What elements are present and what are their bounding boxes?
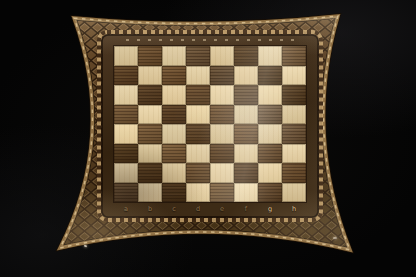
square-h3	[282, 144, 306, 164]
square-a5	[114, 105, 138, 125]
square-a8	[114, 46, 138, 66]
square-e7	[210, 66, 234, 86]
square-a3	[114, 144, 138, 164]
square-f4	[234, 124, 258, 144]
square-f1	[234, 183, 258, 203]
square-h1	[282, 183, 306, 203]
square-g4	[258, 124, 282, 144]
square-b7	[138, 66, 162, 86]
square-a6	[114, 85, 138, 105]
square-c1	[162, 183, 186, 203]
square-e3	[210, 144, 234, 164]
square-g3	[258, 144, 282, 164]
square-g8	[258, 46, 282, 66]
square-d2	[186, 163, 210, 183]
square-c3	[162, 144, 186, 164]
square-g5	[258, 105, 282, 125]
square-c7	[162, 66, 186, 86]
square-c8	[162, 46, 186, 66]
square-h2	[282, 163, 306, 183]
square-b5	[138, 105, 162, 125]
square-f6	[234, 85, 258, 105]
square-b8	[138, 46, 162, 66]
square-b2	[138, 163, 162, 183]
square-c4	[162, 124, 186, 144]
square-a2	[114, 163, 138, 183]
square-e4	[210, 124, 234, 144]
square-g6	[258, 85, 282, 105]
square-d4	[186, 124, 210, 144]
square-h7	[282, 66, 306, 86]
square-b1	[138, 183, 162, 203]
square-d1	[186, 183, 210, 203]
square-a1	[114, 183, 138, 203]
square-h8	[282, 46, 306, 66]
square-f8	[234, 46, 258, 66]
square-b6	[138, 85, 162, 105]
chess-board	[114, 46, 306, 202]
square-d5	[186, 105, 210, 125]
square-e1	[210, 183, 234, 203]
square-a7	[114, 66, 138, 86]
square-e8	[210, 46, 234, 66]
square-d8	[186, 46, 210, 66]
square-a4	[114, 124, 138, 144]
square-d3	[186, 144, 210, 164]
square-e2	[210, 163, 234, 183]
square-d7	[186, 66, 210, 86]
square-g1	[258, 183, 282, 203]
square-h4	[282, 124, 306, 144]
square-b3	[138, 144, 162, 164]
square-c2	[162, 163, 186, 183]
square-c6	[162, 85, 186, 105]
square-f5	[234, 105, 258, 125]
square-e5	[210, 105, 234, 125]
square-h6	[282, 85, 306, 105]
square-e6	[210, 85, 234, 105]
square-b4	[138, 124, 162, 144]
square-f3	[234, 144, 258, 164]
photo-stage: abcdefgh	[0, 0, 416, 277]
square-g7	[258, 66, 282, 86]
square-f7	[234, 66, 258, 86]
square-c5	[162, 105, 186, 125]
square-d6	[186, 85, 210, 105]
square-f2	[234, 163, 258, 183]
square-h5	[282, 105, 306, 125]
square-g2	[258, 163, 282, 183]
